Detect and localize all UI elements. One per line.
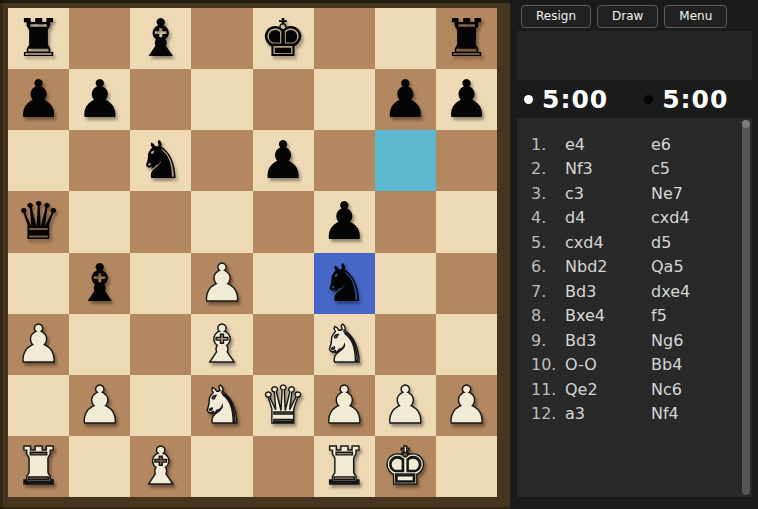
white-move[interactable]: d4 <box>565 208 651 227</box>
move-row-1: 1.e4e6 <box>531 132 752 157</box>
black-move[interactable]: c5 <box>651 159 752 178</box>
square-e4[interactable] <box>253 253 314 314</box>
move-row-7: 7.Bd3dxe4 <box>531 279 752 304</box>
white-pawn: ♟ <box>321 375 368 436</box>
resign-button[interactable]: Resign <box>521 5 591 28</box>
square-a6[interactable] <box>8 130 69 191</box>
clocks: 5:00 5:00 <box>524 84 728 114</box>
black-player-dot-icon <box>644 95 653 104</box>
move-row-4: 4.d4cxd4 <box>531 206 752 231</box>
white-pawn: ♟ <box>199 253 246 314</box>
move-number: 8. <box>531 306 565 325</box>
square-b1[interactable] <box>69 436 130 497</box>
square-f4[interactable]: ♞ <box>314 253 375 314</box>
white-bishop: ♝ <box>199 314 246 375</box>
move-row-5: 5.cxd4d5 <box>531 230 752 255</box>
black-move[interactable]: dxe4 <box>651 282 752 301</box>
square-a7[interactable]: ♟ <box>8 69 69 130</box>
scrollbar-thumb[interactable] <box>742 120 750 128</box>
square-c1[interactable]: ♝ <box>130 436 191 497</box>
black-move[interactable]: cxd4 <box>651 208 752 227</box>
white-pawn: ♟ <box>443 375 490 436</box>
white-rook: ♜ <box>321 436 368 497</box>
move-number: 5. <box>531 233 565 252</box>
move-number: 2. <box>531 159 565 178</box>
white-move[interactable]: Bd3 <box>565 331 651 350</box>
square-e1[interactable] <box>253 436 314 497</box>
square-f5[interactable]: ♟ <box>314 191 375 252</box>
white-move[interactable]: O-O <box>565 355 651 374</box>
white-pawn: ♟ <box>15 314 62 375</box>
square-h5[interactable] <box>436 191 497 252</box>
square-c5[interactable] <box>130 191 191 252</box>
square-a3[interactable]: ♟ <box>8 314 69 375</box>
game-actions: Resign Draw Menu <box>521 5 727 28</box>
square-g2[interactable]: ♟ <box>375 375 436 436</box>
square-h7[interactable]: ♟ <box>436 69 497 130</box>
square-b3[interactable] <box>69 314 130 375</box>
square-d3[interactable]: ♝ <box>191 314 252 375</box>
black-knight: ♞ <box>321 253 368 314</box>
black-pawn: ♟ <box>321 191 368 252</box>
move-row-9: 9.Bd3Ng6 <box>531 328 752 353</box>
square-f1[interactable]: ♜ <box>314 436 375 497</box>
square-a2[interactable] <box>8 375 69 436</box>
square-g5[interactable] <box>375 191 436 252</box>
white-queen: ♛ <box>260 375 307 436</box>
square-f8[interactable] <box>314 8 375 69</box>
move-list-rows: 1.e4e62.Nf3c53.c3Ne74.d4cxd45.cxd4d56.Nb… <box>517 118 752 426</box>
move-number: 10. <box>531 355 565 374</box>
black-bishop: ♝ <box>138 8 185 69</box>
black-move[interactable]: Ne7 <box>651 184 752 203</box>
black-queen: ♛ <box>15 191 62 252</box>
white-pawn: ♟ <box>382 375 429 436</box>
black-move[interactable]: Ng6 <box>651 331 752 350</box>
move-number: 4. <box>531 208 565 227</box>
square-b5[interactable] <box>69 191 130 252</box>
square-d8[interactable] <box>191 8 252 69</box>
square-c7[interactable] <box>130 69 191 130</box>
square-h1[interactable] <box>436 436 497 497</box>
move-list[interactable]: 1.e4e62.Nf3c53.c3Ne74.d4cxd45.cxd4d56.Nb… <box>517 118 752 497</box>
square-d7[interactable] <box>191 69 252 130</box>
white-move[interactable]: Nbd2 <box>565 257 651 276</box>
white-move[interactable]: e4 <box>565 135 651 154</box>
black-move[interactable]: Bb4 <box>651 355 752 374</box>
square-h2[interactable]: ♟ <box>436 375 497 436</box>
square-b2[interactable]: ♟ <box>69 375 130 436</box>
black-move[interactable]: Qa5 <box>651 257 752 276</box>
white-move[interactable]: Nf3 <box>565 159 651 178</box>
square-f3[interactable]: ♞ <box>314 314 375 375</box>
square-e5[interactable] <box>253 191 314 252</box>
square-f2[interactable]: ♟ <box>314 375 375 436</box>
move-number: 12. <box>531 404 565 423</box>
black-move[interactable]: Nc6 <box>651 380 752 399</box>
board-frame: ♜♝♚♜♟♟♟♟♞♟♛♟♝♟♞♟♝♞♟♞♛♟♟♟♜♝♜♚ <box>0 0 510 509</box>
white-pawn: ♟ <box>76 375 123 436</box>
move-list-scrollbar[interactable] <box>742 120 750 495</box>
square-b8[interactable] <box>69 8 130 69</box>
black-clock-time: 5:00 <box>662 85 728 114</box>
move-row-11: 11.Qe2Nc6 <box>531 377 752 402</box>
square-b4[interactable]: ♝ <box>69 253 130 314</box>
square-c4[interactable] <box>130 253 191 314</box>
square-d2[interactable]: ♞ <box>191 375 252 436</box>
square-g4[interactable] <box>375 253 436 314</box>
square-b6[interactable] <box>69 130 130 191</box>
square-e2[interactable]: ♛ <box>253 375 314 436</box>
chess-board[interactable]: ♜♝♚♜♟♟♟♟♞♟♛♟♝♟♞♟♝♞♟♞♛♟♟♟♜♝♜♚ <box>8 8 497 497</box>
black-move[interactable]: Nf4 <box>651 404 752 423</box>
square-a1[interactable]: ♜ <box>8 436 69 497</box>
square-h6[interactable] <box>436 130 497 191</box>
white-move[interactable]: cxd4 <box>565 233 651 252</box>
black-pawn: ♟ <box>382 69 429 130</box>
square-c2[interactable] <box>130 375 191 436</box>
status-message-area <box>517 31 752 80</box>
square-e3[interactable] <box>253 314 314 375</box>
white-move[interactable]: c3 <box>565 184 651 203</box>
move-row-8: 8.Bxe4f5 <box>531 304 752 329</box>
black-pawn: ♟ <box>15 69 62 130</box>
square-d4[interactable]: ♟ <box>191 253 252 314</box>
square-a4[interactable] <box>8 253 69 314</box>
white-knight: ♞ <box>199 375 246 436</box>
draw-button[interactable]: Draw <box>597 5 658 28</box>
square-e6[interactable]: ♟ <box>253 130 314 191</box>
square-d1[interactable] <box>191 436 252 497</box>
square-f7[interactable] <box>314 69 375 130</box>
black-move[interactable]: f5 <box>651 306 752 325</box>
white-clock-time: 5:00 <box>542 85 608 114</box>
move-row-12: 12.a3Nf4 <box>531 402 752 427</box>
white-bishop: ♝ <box>138 436 185 497</box>
square-a5[interactable]: ♛ <box>8 191 69 252</box>
square-g8[interactable] <box>375 8 436 69</box>
square-e8[interactable]: ♚ <box>253 8 314 69</box>
move-number: 6. <box>531 257 565 276</box>
move-row-2: 2.Nf3c5 <box>531 157 752 182</box>
black-pawn: ♟ <box>260 130 307 191</box>
white-move[interactable]: Bxe4 <box>565 306 651 325</box>
square-d5[interactable] <box>191 191 252 252</box>
square-b7[interactable]: ♟ <box>69 69 130 130</box>
square-g7[interactable]: ♟ <box>375 69 436 130</box>
square-g3[interactable] <box>375 314 436 375</box>
black-knight: ♞ <box>138 130 185 191</box>
black-move[interactable]: e6 <box>651 135 752 154</box>
square-a8[interactable]: ♜ <box>8 8 69 69</box>
chess-app: ♜♝♚♜♟♟♟♟♞♟♛♟♝♟♞♟♝♞♟♞♛♟♟♟♜♝♜♚ Resign Draw… <box>0 0 758 509</box>
square-g6[interactable] <box>375 130 436 191</box>
move-row-3: 3.c3Ne7 <box>531 181 752 206</box>
square-c6[interactable]: ♞ <box>130 130 191 191</box>
move-number: 3. <box>531 184 565 203</box>
black-move[interactable]: d5 <box>651 233 752 252</box>
move-number: 1. <box>531 135 565 154</box>
black-clock: 5:00 <box>644 85 728 114</box>
square-c8[interactable]: ♝ <box>130 8 191 69</box>
white-player-dot-icon <box>524 95 533 104</box>
square-f6[interactable] <box>314 130 375 191</box>
move-number: 7. <box>531 282 565 301</box>
move-row-6: 6.Nbd2Qa5 <box>531 255 752 280</box>
square-d6[interactable] <box>191 130 252 191</box>
black-king: ♚ <box>260 8 307 69</box>
square-h8[interactable]: ♜ <box>436 8 497 69</box>
white-knight: ♞ <box>321 314 368 375</box>
move-number: 11. <box>531 380 565 399</box>
black-pawn: ♟ <box>76 69 123 130</box>
white-king: ♚ <box>382 436 429 497</box>
move-row-10: 10.O-OBb4 <box>531 353 752 378</box>
black-rook: ♜ <box>15 8 62 69</box>
black-rook: ♜ <box>443 8 490 69</box>
square-h4[interactable] <box>436 253 497 314</box>
square-h3[interactable] <box>436 314 497 375</box>
menu-button[interactable]: Menu <box>664 5 727 28</box>
black-bishop: ♝ <box>76 253 123 314</box>
white-clock: 5:00 <box>524 85 608 114</box>
white-move[interactable]: Bd3 <box>565 282 651 301</box>
square-g1[interactable]: ♚ <box>375 436 436 497</box>
move-number: 9. <box>531 331 565 350</box>
black-pawn: ♟ <box>443 69 490 130</box>
white-move[interactable]: a3 <box>565 404 651 423</box>
white-rook: ♜ <box>15 436 62 497</box>
square-c3[interactable] <box>130 314 191 375</box>
side-panel: Resign Draw Menu 5:00 5:00 1.e4e62.Nf3c5… <box>510 0 758 509</box>
white-move[interactable]: Qe2 <box>565 380 651 399</box>
square-e7[interactable] <box>253 69 314 130</box>
